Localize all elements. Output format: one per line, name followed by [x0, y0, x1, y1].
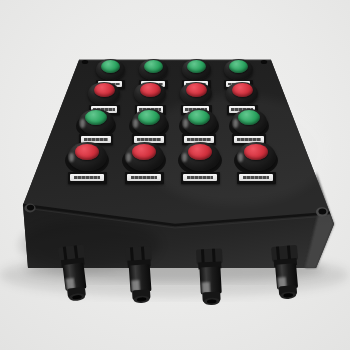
- label-text: [137, 138, 160, 141]
- bezel-specular-highlight: [133, 119, 138, 128]
- label-plate-holder: [181, 172, 220, 184]
- label-text: [187, 138, 210, 141]
- product-photo: [0, 0, 350, 350]
- label-text: [84, 138, 107, 141]
- label-plate: [239, 174, 273, 181]
- label-plate: [70, 174, 104, 181]
- label-plate: [183, 174, 217, 181]
- bezel-specular-highlight: [238, 153, 243, 162]
- label-plate-holder: [237, 172, 276, 184]
- label-text: [131, 176, 158, 179]
- green-button-cap[interactable]: [238, 110, 260, 125]
- red-button-cap[interactable]: [132, 144, 156, 160]
- bezel-specular-highlight: [80, 119, 85, 128]
- green-button-cap[interactable]: [229, 60, 248, 73]
- label-plate-holder: [68, 172, 107, 184]
- red-button-cap[interactable]: [94, 83, 115, 97]
- red-button-cap[interactable]: [140, 83, 161, 97]
- green-button-cap[interactable]: [138, 110, 160, 125]
- bezel-specular-highlight: [183, 119, 188, 128]
- bezel-specular-highlight: [233, 119, 238, 128]
- label-plate-holder: [125, 172, 164, 184]
- bezel-specular-highlight: [126, 153, 131, 162]
- label-text: [243, 176, 270, 179]
- red-button-cap[interactable]: [244, 144, 268, 160]
- label-plate: [127, 174, 161, 181]
- green-button-cap[interactable]: [187, 60, 206, 73]
- red-button-cap[interactable]: [188, 144, 212, 160]
- green-button-cap[interactable]: [85, 110, 107, 125]
- label-text: [237, 138, 260, 141]
- bezel-specular-highlight: [182, 153, 187, 162]
- button-matrix: [0, 0, 350, 350]
- green-button-cap[interactable]: [144, 60, 163, 73]
- green-button-cap[interactable]: [101, 60, 120, 73]
- label-text: [74, 176, 101, 179]
- red-button-cap[interactable]: [232, 83, 253, 97]
- label-text: [187, 176, 214, 179]
- red-button-cap[interactable]: [75, 144, 99, 160]
- bezel-specular-highlight: [69, 153, 74, 162]
- green-button-cap[interactable]: [188, 110, 210, 125]
- red-button-cap[interactable]: [186, 83, 207, 97]
